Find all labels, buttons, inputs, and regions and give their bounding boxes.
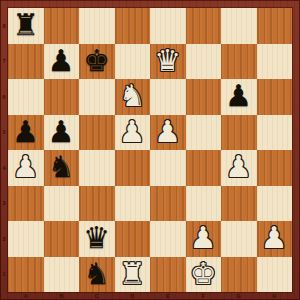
square-e6[interactable] — [150, 79, 186, 115]
square-h4[interactable] — [257, 150, 293, 186]
square-c3[interactable] — [79, 186, 115, 222]
square-h8[interactable] — [257, 8, 293, 44]
rank-label-1: 1 — [0, 257, 8, 293]
square-a4[interactable]: ♟ — [8, 150, 44, 186]
file-labels: ABCDEFGH — [8, 292, 292, 300]
black-rook-a8[interactable]: ♜ — [12, 8, 39, 43]
square-d6[interactable]: ♞ — [115, 79, 151, 115]
square-e3[interactable] — [150, 186, 186, 222]
square-h2[interactable]: ♟ — [257, 221, 293, 257]
rank-label-8: 8 — [0, 8, 8, 44]
square-d2[interactable] — [115, 221, 151, 257]
square-e2[interactable] — [150, 221, 186, 257]
file-label-b: B — [44, 292, 80, 300]
black-knight-b4[interactable]: ♞ — [48, 150, 75, 185]
file-label-f: F — [186, 292, 222, 300]
chess-board: ♜♟♚♛♞♟♟♟♟♟♟♞♟♛♟♟♞♜♚ — [8, 8, 292, 292]
square-h6[interactable] — [257, 79, 293, 115]
white-pawn-a4[interactable]: ♟ — [12, 150, 39, 185]
white-pawn-e5[interactable]: ♟ — [154, 115, 181, 150]
square-c7[interactable]: ♚ — [79, 44, 115, 80]
black-pawn-b7[interactable]: ♟ — [48, 44, 75, 79]
square-h1[interactable] — [257, 257, 293, 293]
black-knight-c1[interactable]: ♞ — [83, 257, 110, 292]
white-pawn-f2[interactable]: ♟ — [190, 221, 217, 256]
square-h3[interactable] — [257, 186, 293, 222]
black-queen-c2[interactable]: ♛ — [83, 221, 110, 256]
square-b8[interactable] — [44, 8, 80, 44]
square-f4[interactable] — [186, 150, 222, 186]
file-label-d: D — [115, 292, 151, 300]
white-pawn-g4[interactable]: ♟ — [225, 150, 252, 185]
square-c8[interactable] — [79, 8, 115, 44]
square-e7[interactable]: ♛ — [150, 44, 186, 80]
rank-label-2: 2 — [0, 221, 8, 257]
square-d4[interactable] — [115, 150, 151, 186]
square-c5[interactable] — [79, 115, 115, 151]
white-knight-d6[interactable]: ♞ — [119, 79, 146, 114]
white-king-f1[interactable]: ♚ — [190, 257, 217, 292]
square-b4[interactable]: ♞ — [44, 150, 80, 186]
square-g4[interactable]: ♟ — [221, 150, 257, 186]
file-label-g: G — [221, 292, 257, 300]
square-g5[interactable] — [221, 115, 257, 151]
square-g7[interactable] — [221, 44, 257, 80]
square-c2[interactable]: ♛ — [79, 221, 115, 257]
square-c6[interactable] — [79, 79, 115, 115]
file-label-e: E — [150, 292, 186, 300]
square-a6[interactable] — [8, 79, 44, 115]
white-rook-d1[interactable]: ♜ — [119, 257, 146, 292]
black-pawn-a5[interactable]: ♟ — [12, 115, 39, 150]
rank-label-6: 6 — [0, 79, 8, 115]
square-e1[interactable] — [150, 257, 186, 293]
white-pawn-d5[interactable]: ♟ — [119, 115, 146, 150]
square-a2[interactable] — [8, 221, 44, 257]
square-f2[interactable]: ♟ — [186, 221, 222, 257]
square-e8[interactable] — [150, 8, 186, 44]
rank-label-7: 7 — [0, 44, 8, 80]
square-f3[interactable] — [186, 186, 222, 222]
file-label-a: A — [8, 292, 44, 300]
rank-label-3: 3 — [0, 186, 8, 222]
black-pawn-g6[interactable]: ♟ — [225, 79, 252, 114]
square-f1[interactable]: ♚ — [186, 257, 222, 293]
square-g8[interactable] — [221, 8, 257, 44]
square-g3[interactable] — [221, 186, 257, 222]
black-pawn-b5[interactable]: ♟ — [48, 115, 75, 150]
square-d5[interactable]: ♟ — [115, 115, 151, 151]
square-g6[interactable]: ♟ — [221, 79, 257, 115]
square-b3[interactable] — [44, 186, 80, 222]
square-a7[interactable] — [8, 44, 44, 80]
square-f5[interactable] — [186, 115, 222, 151]
square-d1[interactable]: ♜ — [115, 257, 151, 293]
rank-labels: 87654321 — [0, 8, 8, 292]
square-h7[interactable] — [257, 44, 293, 80]
square-d3[interactable] — [115, 186, 151, 222]
white-pawn-h2[interactable]: ♟ — [261, 221, 288, 256]
square-d8[interactable] — [115, 8, 151, 44]
file-label-h: H — [257, 292, 293, 300]
square-b2[interactable] — [44, 221, 80, 257]
black-king-c7[interactable]: ♚ — [83, 44, 110, 79]
square-b6[interactable] — [44, 79, 80, 115]
rank-label-5: 5 — [0, 115, 8, 151]
square-c4[interactable] — [79, 150, 115, 186]
square-g1[interactable] — [221, 257, 257, 293]
file-label-c: C — [79, 292, 115, 300]
square-g2[interactable] — [221, 221, 257, 257]
rank-label-4: 4 — [0, 150, 8, 186]
square-f6[interactable] — [186, 79, 222, 115]
square-a5[interactable]: ♟ — [8, 115, 44, 151]
board-frame: 87654321 ABCDEFGH ♜♟♚♛♞♟♟♟♟♟♟♞♟♛♟♟♞♜♚ — [0, 0, 300, 300]
square-e4[interactable] — [150, 150, 186, 186]
square-b5[interactable]: ♟ — [44, 115, 80, 151]
square-c1[interactable]: ♞ — [79, 257, 115, 293]
square-d7[interactable] — [115, 44, 151, 80]
white-queen-e7[interactable]: ♛ — [154, 44, 181, 79]
square-a1[interactable] — [8, 257, 44, 293]
square-b1[interactable] — [44, 257, 80, 293]
square-a3[interactable] — [8, 186, 44, 222]
square-h5[interactable] — [257, 115, 293, 151]
square-f8[interactable] — [186, 8, 222, 44]
square-e5[interactable]: ♟ — [150, 115, 186, 151]
square-a8[interactable]: ♜ — [8, 8, 44, 44]
square-f7[interactable] — [186, 44, 222, 80]
square-b7[interactable]: ♟ — [44, 44, 80, 80]
